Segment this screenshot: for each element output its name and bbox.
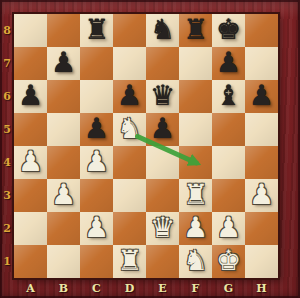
square-c4[interactable]: ♟	[80, 146, 113, 179]
rank-label-1: 1	[1, 245, 13, 278]
rank-label-6: 6	[1, 80, 13, 113]
white-pawn[interactable]: ♟	[14, 146, 47, 179]
rank-label-8: 8	[1, 14, 13, 47]
white-knight[interactable]: ♞	[179, 245, 212, 278]
black-pawn[interactable]: ♟	[14, 80, 47, 113]
square-g4[interactable]	[212, 146, 245, 179]
white-rook[interactable]: ♜	[113, 245, 146, 278]
square-g6[interactable]: ♝	[212, 80, 245, 113]
square-d1[interactable]: ♜	[113, 245, 146, 278]
white-pawn[interactable]: ♟	[245, 179, 278, 212]
square-g2[interactable]: ♟	[212, 212, 245, 245]
square-a2[interactable]	[14, 212, 47, 245]
black-king[interactable]: ♚	[212, 14, 245, 47]
square-d4[interactable]	[113, 146, 146, 179]
square-g1[interactable]: ♚	[212, 245, 245, 278]
square-a6[interactable]: ♟	[14, 80, 47, 113]
square-h3[interactable]: ♟	[245, 179, 278, 212]
square-e4[interactable]	[146, 146, 179, 179]
square-h8[interactable]	[245, 14, 278, 47]
square-a7[interactable]	[14, 47, 47, 80]
file-label-h: H	[245, 280, 278, 297]
square-f2[interactable]: ♟	[179, 212, 212, 245]
square-b4[interactable]	[47, 146, 80, 179]
square-g5[interactable]	[212, 113, 245, 146]
square-b2[interactable]	[47, 212, 80, 245]
square-b6[interactable]	[47, 80, 80, 113]
white-pawn[interactable]: ♟	[47, 179, 80, 212]
square-d5[interactable]: ♞	[113, 113, 146, 146]
black-bishop[interactable]: ♝	[212, 80, 245, 113]
square-e1[interactable]	[146, 245, 179, 278]
square-c7[interactable]	[80, 47, 113, 80]
square-f1[interactable]: ♞	[179, 245, 212, 278]
square-f6[interactable]	[179, 80, 212, 113]
black-rook[interactable]: ♜	[80, 14, 113, 47]
square-b8[interactable]	[47, 14, 80, 47]
black-queen[interactable]: ♛	[146, 80, 179, 113]
chess-diagram-frame: ♜♞♜♚♟♟♟♟♛♝♟♟♞♟♟♟♟♜♟♟♛♟♟♜♞♚ 87654321ABCDE…	[0, 0, 300, 298]
square-c2[interactable]: ♟	[80, 212, 113, 245]
black-pawn[interactable]: ♟	[80, 113, 113, 146]
square-b5[interactable]	[47, 113, 80, 146]
square-h1[interactable]	[245, 245, 278, 278]
square-f5[interactable]	[179, 113, 212, 146]
square-e8[interactable]: ♞	[146, 14, 179, 47]
square-f4[interactable]	[179, 146, 212, 179]
black-rook[interactable]: ♜	[179, 14, 212, 47]
square-f8[interactable]: ♜	[179, 14, 212, 47]
square-d6[interactable]: ♟	[113, 80, 146, 113]
chess-board: ♜♞♜♚♟♟♟♟♛♝♟♟♞♟♟♟♟♜♟♟♛♟♟♜♞♚	[14, 14, 278, 278]
file-label-g: G	[212, 280, 245, 297]
square-a4[interactable]: ♟	[14, 146, 47, 179]
square-a5[interactable]	[14, 113, 47, 146]
square-e6[interactable]: ♛	[146, 80, 179, 113]
rank-label-4: 4	[1, 146, 13, 179]
white-pawn[interactable]: ♟	[179, 212, 212, 245]
square-a1[interactable]	[14, 245, 47, 278]
file-label-c: C	[80, 280, 113, 297]
rank-label-3: 3	[1, 179, 13, 212]
square-a8[interactable]	[14, 14, 47, 47]
square-c3[interactable]	[80, 179, 113, 212]
square-e3[interactable]	[146, 179, 179, 212]
square-d2[interactable]	[113, 212, 146, 245]
file-label-f: F	[179, 280, 212, 297]
square-c1[interactable]	[80, 245, 113, 278]
square-c6[interactable]	[80, 80, 113, 113]
white-queen[interactable]: ♛	[146, 212, 179, 245]
square-a3[interactable]	[14, 179, 47, 212]
white-king[interactable]: ♚	[212, 245, 245, 278]
file-label-b: B	[47, 280, 80, 297]
square-e7[interactable]	[146, 47, 179, 80]
square-b7[interactable]: ♟	[47, 47, 80, 80]
square-f7[interactable]	[179, 47, 212, 80]
rank-label-5: 5	[1, 113, 13, 146]
square-e5[interactable]: ♟	[146, 113, 179, 146]
white-pawn[interactable]: ♟	[212, 212, 245, 245]
square-d7[interactable]	[113, 47, 146, 80]
square-d3[interactable]	[113, 179, 146, 212]
rank-label-2: 2	[1, 212, 13, 245]
square-c5[interactable]: ♟	[80, 113, 113, 146]
file-label-d: D	[113, 280, 146, 297]
square-b1[interactable]	[47, 245, 80, 278]
file-label-e: E	[146, 280, 179, 297]
square-h6[interactable]: ♟	[245, 80, 278, 113]
square-h4[interactable]	[245, 146, 278, 179]
black-pawn[interactable]: ♟	[113, 80, 146, 113]
black-pawn[interactable]: ♟	[245, 80, 278, 113]
black-knight[interactable]: ♞	[146, 14, 179, 47]
file-label-a: A	[14, 280, 47, 297]
square-h2[interactable]	[245, 212, 278, 245]
square-h7[interactable]	[245, 47, 278, 80]
rank-label-7: 7	[1, 47, 13, 80]
black-pawn[interactable]: ♟	[146, 113, 179, 146]
white-knight[interactable]: ♞	[113, 113, 146, 146]
square-g3[interactable]	[212, 179, 245, 212]
square-b3[interactable]: ♟	[47, 179, 80, 212]
square-d8[interactable]	[113, 14, 146, 47]
square-f3[interactable]: ♜	[179, 179, 212, 212]
square-g8[interactable]: ♚	[212, 14, 245, 47]
square-g7[interactable]: ♟	[212, 47, 245, 80]
white-rook[interactable]: ♜	[179, 179, 212, 212]
white-pawn[interactable]: ♟	[80, 146, 113, 179]
square-e2[interactable]: ♛	[146, 212, 179, 245]
square-c8[interactable]: ♜	[80, 14, 113, 47]
white-pawn[interactable]: ♟	[80, 212, 113, 245]
black-pawn[interactable]: ♟	[212, 47, 245, 80]
square-h5[interactable]	[245, 113, 278, 146]
black-pawn[interactable]: ♟	[47, 47, 80, 80]
